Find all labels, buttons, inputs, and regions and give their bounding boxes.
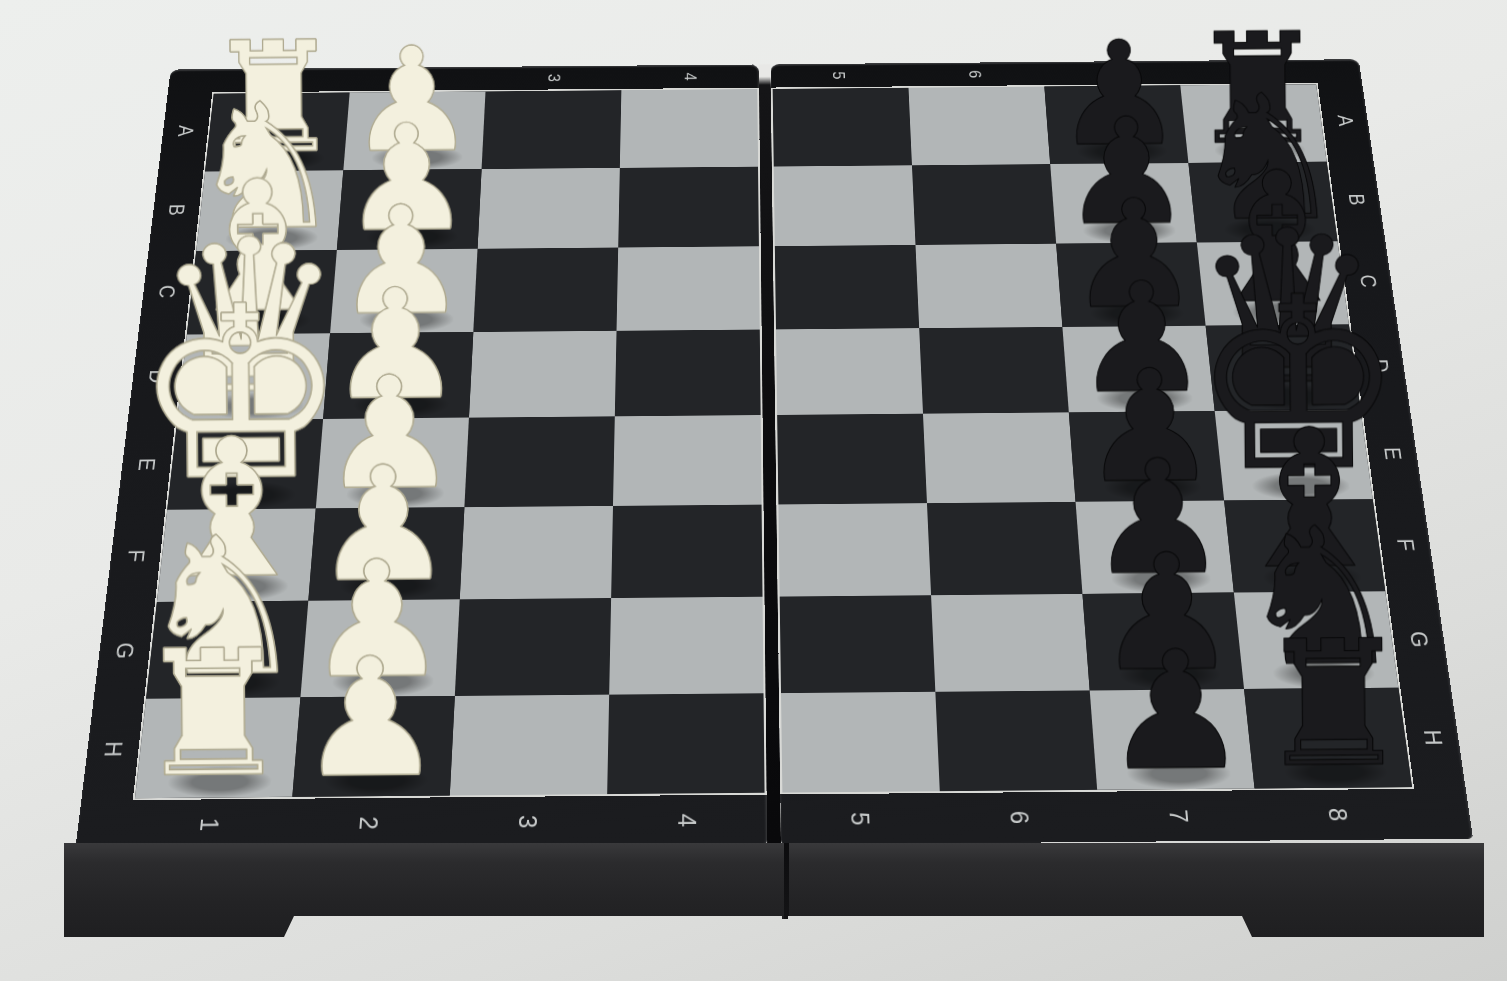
square-e4[interactable] xyxy=(613,415,762,505)
bottom-rank-labels-right-half: 5678 xyxy=(780,789,1421,845)
square-f4[interactable] xyxy=(611,504,762,598)
square-c4[interactable] xyxy=(617,246,760,330)
square-g3[interactable] xyxy=(455,598,611,695)
frame-corner xyxy=(1414,788,1473,839)
file-label-d: D xyxy=(104,356,210,397)
square-e5[interactable] xyxy=(777,414,927,504)
file-label-b: B xyxy=(1305,181,1408,219)
file-label-b: B xyxy=(125,191,227,230)
square-f3[interactable] xyxy=(460,505,613,599)
file-label-a: A xyxy=(135,113,235,150)
square-g5[interactable] xyxy=(780,595,936,692)
file-label-h: H xyxy=(1375,714,1491,762)
rank-label-3: 3 xyxy=(538,24,571,134)
square-b6[interactable] xyxy=(912,164,1056,245)
square-c5[interactable] xyxy=(775,245,919,329)
file-label-f: F xyxy=(81,534,191,579)
square-g6[interactable] xyxy=(931,594,1090,691)
file-label-c: C xyxy=(1316,262,1421,302)
square-f5[interactable] xyxy=(778,503,931,597)
case-fold-hinge-line xyxy=(784,843,789,919)
file-label-c: C xyxy=(115,272,219,312)
board-left-half: 1234ABCDEFGH♜♟♞♟♝♟♛♟♚♟♝♟♞♟♜♟1234 xyxy=(75,64,767,850)
file-label-g: G xyxy=(68,628,180,674)
scene-perspective: 1234ABCDEFGH♜♟♞♟♝♟♛♟♚♟♝♟♞♟♜♟12345678♟♜♟♞… xyxy=(0,0,1507,981)
bottom-rank-labels-left-half: 1234 xyxy=(127,795,767,851)
board-right-half: 5678♟♜♟♞♟♝♟♛♟♚♟♝♟♞♟♜ABCDEFGH5678 xyxy=(771,59,1473,845)
file-label-e: E xyxy=(92,443,200,486)
file-label-a: A xyxy=(1295,103,1396,140)
square-b5[interactable] xyxy=(774,165,916,246)
top-rank-labels-left-half: 1234 xyxy=(212,64,759,92)
square-b4[interactable] xyxy=(618,166,759,247)
square-e6[interactable] xyxy=(923,412,1076,502)
square-d5[interactable] xyxy=(776,328,923,415)
file-label-d: D xyxy=(1327,346,1434,387)
file-label-e: E xyxy=(1338,433,1447,476)
rank-label-6: 6 xyxy=(958,20,993,130)
square-b3[interactable] xyxy=(478,168,620,249)
file-label-g: G xyxy=(1363,617,1476,663)
square-d6[interactable] xyxy=(919,327,1069,414)
top-rank-labels-right-half: 5678 xyxy=(771,60,1318,88)
file-label-f: F xyxy=(1350,523,1461,567)
chess-board: 1234ABCDEFGH♜♟♞♟♝♟♛♟♚♟♝♟♞♟♜♟12345678♟♜♟♞… xyxy=(75,59,1473,851)
rank-label-5: 5 xyxy=(823,21,855,131)
square-c3[interactable] xyxy=(473,248,618,332)
square-e3[interactable] xyxy=(464,416,614,506)
rank-label-4: 4 xyxy=(676,23,705,133)
squares-area-left: ♜♟♞♟♝♟♛♟♚♟♝♟♞♟♜♟ xyxy=(133,88,767,800)
file-label-h: H xyxy=(56,726,170,774)
square-d4[interactable] xyxy=(615,329,761,416)
square-c6[interactable] xyxy=(915,244,1062,328)
square-f6[interactable] xyxy=(927,501,1083,595)
square-g4[interactable] xyxy=(609,597,763,694)
square-d3[interactable] xyxy=(469,330,617,417)
